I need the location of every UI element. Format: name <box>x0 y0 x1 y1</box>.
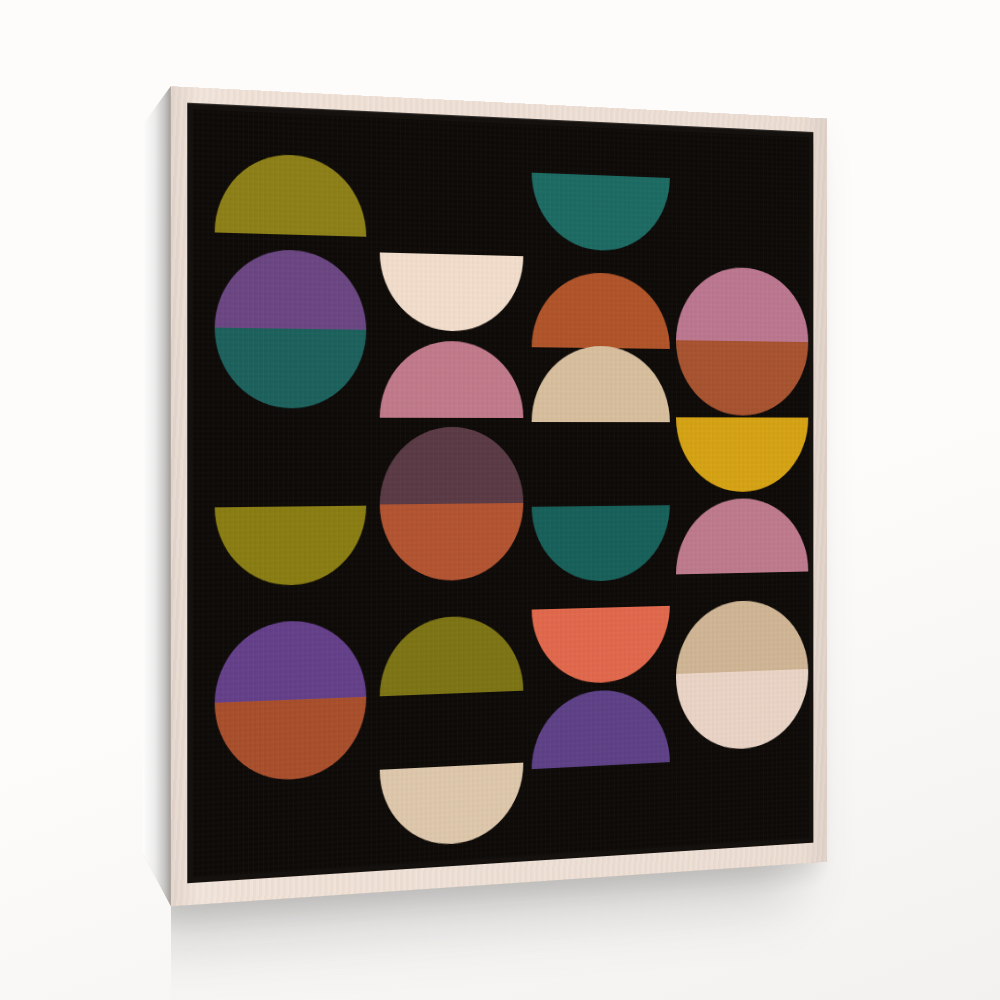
shape-r4c2-tan-bowl <box>379 763 523 848</box>
white-wall <box>0 0 1000 1000</box>
frame-left-side-face <box>143 86 171 906</box>
shape-r4c1-purple-rust-circle <box>215 619 366 783</box>
shape-r2c4-pink-rust-circle <box>676 266 808 415</box>
shape-r3c2-maroon-rust-circle <box>379 427 523 583</box>
shape-r4c4-tan-blush-circle <box>676 599 808 752</box>
shape-r4c2-olive-dome <box>379 615 523 697</box>
shape-r3c1-olive-bowl <box>215 505 366 586</box>
shape-r2c3-rust-dome <box>532 271 670 349</box>
shape-r1c3-teal-bowl <box>532 172 670 252</box>
shape-r2c1-purple-teal-circle <box>215 248 366 408</box>
shape-r2c2-pink-dome <box>379 340 523 418</box>
shape-r3c4-yellow-bowl <box>676 417 808 492</box>
artwork-canvas <box>192 109 809 878</box>
shape-r2c3-tan-dome <box>532 346 670 422</box>
shape-r4c3-coral-bowl <box>532 606 670 686</box>
frame-front-face <box>171 86 827 906</box>
shape-r4c3-purple-dome <box>532 687 670 769</box>
shape-r3c4-pink-dome <box>676 498 808 574</box>
floater-gap <box>187 103 813 884</box>
shape-r3c3-teal-bowl <box>532 505 670 583</box>
shape-r1c1-olive-dome <box>215 152 366 236</box>
floating-frame <box>171 86 827 906</box>
shape-r2c2-cream-bowl <box>379 252 523 332</box>
